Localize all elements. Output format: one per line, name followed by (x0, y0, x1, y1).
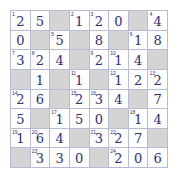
grid-cell[interactable]: 101 (109, 50, 128, 69)
blocked-cell (50, 70, 69, 89)
cell-digit: 4 (154, 111, 162, 128)
blocked-cell (129, 11, 148, 30)
clue-number: 12 (110, 70, 116, 76)
cell-digit: 8 (95, 32, 103, 49)
grid-cell[interactable]: 0 (129, 148, 148, 167)
cell-digit: 5 (36, 13, 44, 30)
blocked-cell (50, 11, 69, 30)
grid-cell[interactable]: 4 (50, 129, 69, 148)
grid-cell[interactable]: 7 (148, 90, 167, 109)
puzzle-grid: 1252132044055861873824921014111112121321… (10, 10, 168, 168)
grid-cell[interactable]: 5 (11, 109, 30, 128)
grid-cell[interactable]: 233 (31, 148, 50, 167)
grid-cell[interactable]: 163 (90, 90, 109, 109)
clue-number: 22 (110, 129, 116, 135)
clue-number: 17 (51, 109, 57, 115)
cell-digit: 0 (114, 13, 122, 30)
cell-digit: 6 (154, 150, 162, 167)
grid-cell[interactable]: 5 (70, 109, 89, 128)
clue-number: 5 (51, 31, 54, 37)
clue-number: 6 (130, 31, 133, 37)
grid-cell[interactable]: 3 (50, 148, 69, 167)
grid-cell[interactable]: 32 (90, 11, 109, 30)
cell-digit: 0 (75, 150, 83, 167)
grid-cell[interactable]: 12 (11, 11, 30, 30)
cell-digit: 1 (75, 72, 83, 89)
grid-cell[interactable]: 181 (129, 109, 148, 128)
blocked-cell (90, 70, 109, 89)
cell-digit: 4 (134, 52, 142, 69)
grid-cell[interactable]: 6 (148, 148, 167, 167)
grid-cell[interactable]: 222 (109, 129, 128, 148)
blocked-cell (11, 70, 30, 89)
blocked-cell (109, 109, 128, 128)
grid-cell[interactable]: 152 (70, 90, 89, 109)
blocked-cell (129, 90, 148, 109)
grid-cell[interactable]: 8 (90, 31, 109, 50)
cell-digit: 8 (154, 32, 162, 49)
clue-number: 11 (71, 70, 76, 76)
cell-digit: 4 (55, 52, 63, 69)
cell-digit: 2 (95, 52, 103, 69)
cell-digit: 2 (16, 13, 24, 30)
grid-cell[interactable]: 7 (129, 129, 148, 148)
grid-cell[interactable]: 2 (129, 70, 148, 89)
grid-cell[interactable]: 111 (70, 70, 89, 89)
grid-cell[interactable]: 61 (129, 31, 148, 50)
grid-cell[interactable]: 21 (70, 11, 89, 30)
grid-cell[interactable]: 92 (90, 50, 109, 69)
clue-number: 20 (32, 129, 38, 135)
grid-cell[interactable]: 242 (109, 148, 128, 167)
cell-digit: 6 (36, 91, 44, 108)
cell-digit: 5 (55, 32, 63, 49)
cell-digit: 4 (154, 13, 162, 30)
clue-number: 23 (32, 148, 38, 154)
cell-digit: 7 (154, 91, 162, 108)
cell-digit: 4 (55, 130, 63, 147)
cell-digit: 4 (114, 91, 122, 108)
cell-digit: 1 (36, 72, 44, 89)
clue-number: 15 (71, 90, 77, 96)
grid-cell[interactable]: 4 (109, 90, 128, 109)
blocked-cell (50, 90, 69, 109)
grid-cell[interactable]: 73 (11, 50, 30, 69)
clue-number: 14 (12, 90, 18, 96)
clue-number: 18 (130, 109, 136, 115)
grid-cell[interactable]: 55 (50, 31, 69, 50)
blocked-cell (109, 31, 128, 50)
grid-cell[interactable]: 5 (31, 11, 50, 30)
clue-number: 4 (149, 11, 152, 17)
cell-digit: 2 (134, 72, 142, 89)
cell-digit: 0 (16, 32, 24, 49)
blocked-cell (70, 31, 89, 50)
blocked-cell (31, 109, 50, 128)
grid-cell[interactable]: 171 (50, 109, 69, 128)
cell-digit: 0 (95, 111, 103, 128)
grid-cell[interactable]: 4 (50, 50, 69, 69)
clue-number: 19 (12, 129, 18, 135)
clue-number: 3 (91, 11, 94, 17)
grid-cell[interactable]: 44 (148, 11, 167, 30)
grid-cell[interactable]: 4 (148, 109, 167, 128)
clue-number: 21 (91, 129, 97, 135)
clue-number: 24 (110, 148, 116, 154)
clue-number: 7 (12, 50, 15, 56)
cell-digit: 2 (95, 13, 103, 30)
blocked-cell (70, 50, 89, 69)
cell-digit: 0 (134, 150, 142, 167)
grid-cell[interactable]: 82 (31, 50, 50, 69)
cell-digit: 1 (75, 13, 83, 30)
grid-cell[interactable]: 1 (31, 70, 50, 89)
grid-cell[interactable]: 0 (109, 11, 128, 30)
grid-cell[interactable]: 191 (11, 129, 30, 148)
cell-digit: 7 (134, 130, 142, 147)
cell-digit: 3 (16, 52, 24, 69)
clue-number: 8 (32, 50, 35, 56)
clue-number: 13 (149, 70, 155, 76)
cell-digit: 5 (75, 111, 83, 128)
blocked-cell (148, 129, 167, 148)
blocked-cell (70, 129, 89, 148)
grid-cell[interactable]: 0 (90, 109, 109, 128)
grid-cell[interactable]: 6 (31, 90, 50, 109)
grid-cell[interactable]: 213 (90, 129, 109, 148)
clue-number: 16 (91, 90, 97, 96)
cell-digit: 2 (36, 52, 44, 69)
grid-cell[interactable]: 132 (148, 70, 167, 89)
blocked-cell (31, 31, 50, 50)
grid-cell[interactable]: 206 (31, 129, 50, 148)
clue-number: 10 (110, 50, 116, 56)
clue-number: 1 (12, 11, 15, 17)
grid-cell[interactable]: 121 (109, 70, 128, 89)
grid-cell[interactable]: 4 (129, 50, 148, 69)
grid-cell[interactable]: 0 (11, 31, 30, 50)
clue-number: 9 (91, 50, 94, 56)
clue-number: 2 (71, 11, 74, 17)
grid-cell[interactable]: 142 (11, 90, 30, 109)
blocked-cell (90, 148, 109, 167)
grid-cell[interactable]: 8 (148, 31, 167, 50)
blocked-cell (148, 50, 167, 69)
cell-digit: 1 (134, 32, 142, 49)
cell-digit: 5 (16, 111, 24, 128)
blocked-cell (11, 148, 30, 167)
cell-digit: 3 (55, 150, 63, 167)
grid-cell[interactable]: 0 (70, 148, 89, 167)
